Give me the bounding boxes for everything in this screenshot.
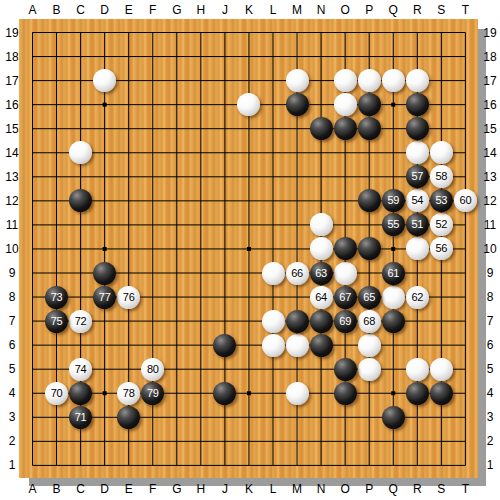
row-label-right: 6 <box>487 338 494 352</box>
row-label-right: 2 <box>487 434 494 448</box>
column-label-bottom: M <box>292 482 302 496</box>
row-label-left: 14 <box>5 146 18 160</box>
column-label-top: M <box>292 3 302 17</box>
row-label-left: 12 <box>5 194 18 208</box>
row-label-right: 12 <box>483 194 496 208</box>
go-stone-black-R16[interactable] <box>406 93 429 116</box>
go-stone-white-M9[interactable]: 66 <box>286 262 309 285</box>
row-label-right: 11 <box>484 218 496 232</box>
go-stone-black-Q3[interactable] <box>382 406 405 429</box>
go-stone-white-O17[interactable] <box>334 69 357 92</box>
go-stone-white-Q8[interactable] <box>382 286 405 309</box>
go-stone-white-C7[interactable]: 72 <box>69 310 92 333</box>
go-stone-black-R4[interactable] <box>406 382 429 405</box>
go-stone-white-S13[interactable]: 58 <box>430 165 453 188</box>
row-label-right: 10 <box>483 242 496 256</box>
go-stone-black-Q11[interactable]: 55 <box>382 213 405 236</box>
row-label-right: 8 <box>487 290 494 304</box>
column-label-bottom: H <box>197 482 206 496</box>
go-stone-black-N15[interactable] <box>310 117 333 140</box>
go-stone-black-E3[interactable] <box>117 406 140 429</box>
row-label-right: 15 <box>483 122 496 136</box>
column-label-top: B <box>53 3 61 17</box>
row-label-left: 7 <box>9 314 16 328</box>
go-stone-white-C5[interactable]: 74 <box>69 358 92 381</box>
go-stone-white-O16[interactable] <box>334 93 357 116</box>
row-label-right: 3 <box>487 410 494 424</box>
go-stone-black-F4[interactable]: 79 <box>141 382 164 405</box>
column-label-top: O <box>340 3 349 17</box>
row-label-right: 18 <box>483 50 496 64</box>
column-label-bottom: A <box>28 482 36 496</box>
column-label-bottom: E <box>125 482 133 496</box>
go-stone-white-L7[interactable] <box>262 310 285 333</box>
row-label-right: 14 <box>483 146 496 160</box>
column-label-top: R <box>413 3 422 17</box>
go-stone-white-N10[interactable] <box>310 237 333 260</box>
row-label-left: 16 <box>5 98 18 112</box>
row-label-right: 1 <box>487 458 494 472</box>
row-label-left: 9 <box>9 266 16 280</box>
go-stone-white-E4[interactable]: 78 <box>117 382 140 405</box>
go-stone-black-C4[interactable] <box>69 382 92 405</box>
column-label-top: S <box>437 3 445 17</box>
go-stone-white-R12[interactable]: 54 <box>406 189 429 212</box>
go-stone-white-P5[interactable] <box>358 358 381 381</box>
row-label-right: 4 <box>487 386 494 400</box>
go-stone-black-P8[interactable]: 65 <box>358 286 381 309</box>
go-stone-black-M7[interactable] <box>286 310 309 333</box>
go-stone-white-P6[interactable] <box>358 334 381 357</box>
row-label-left: 13 <box>5 170 18 184</box>
row-label-left: 18 <box>5 50 18 64</box>
go-stone-white-L9[interactable] <box>262 262 285 285</box>
go-stone-black-Q9[interactable]: 61 <box>382 262 405 285</box>
row-label-right: 13 <box>483 170 496 184</box>
row-label-left: 10 <box>5 242 18 256</box>
go-stone-black-J6[interactable] <box>213 334 236 357</box>
column-label-top: E <box>125 3 133 17</box>
column-label-bottom: N <box>317 482 326 496</box>
column-label-bottom: Q <box>389 482 398 496</box>
go-stone-white-F5[interactable]: 80 <box>141 358 164 381</box>
column-label-bottom: O <box>340 482 349 496</box>
column-label-bottom: P <box>365 482 373 496</box>
row-label-left: 4 <box>9 386 16 400</box>
go-stone-white-S5[interactable] <box>430 358 453 381</box>
go-stone-black-B7[interactable]: 75 <box>45 310 68 333</box>
go-stone-white-L6[interactable] <box>262 334 285 357</box>
go-stone-white-B4[interactable]: 70 <box>45 382 68 405</box>
column-label-top: A <box>28 3 36 17</box>
column-label-top: K <box>245 3 253 17</box>
go-stone-black-P16[interactable] <box>358 93 381 116</box>
go-stone-black-R13[interactable]: 57 <box>406 165 429 188</box>
row-label-right: 17 <box>483 74 496 88</box>
go-stone-black-N6[interactable] <box>310 334 333 357</box>
row-label-left: 1 <box>9 458 16 472</box>
go-stone-white-M17[interactable] <box>286 69 309 92</box>
row-label-left: 5 <box>9 362 16 376</box>
column-label-top: G <box>172 3 181 17</box>
go-stone-white-P7[interactable]: 68 <box>358 310 381 333</box>
go-stone-white-R8[interactable]: 62 <box>406 286 429 309</box>
column-label-top: T <box>462 3 469 17</box>
go-stone-black-O15[interactable] <box>334 117 357 140</box>
column-label-top: D <box>100 3 109 17</box>
go-stone-white-M6[interactable] <box>286 334 309 357</box>
go-stone-black-Q12[interactable]: 59 <box>382 189 405 212</box>
go-stone-black-J4[interactable] <box>213 382 236 405</box>
go-stone-black-O5[interactable] <box>334 358 357 381</box>
row-label-right: 16 <box>483 98 496 112</box>
go-stone-black-R15[interactable] <box>406 117 429 140</box>
go-stone-black-M16[interactable] <box>286 93 309 116</box>
go-stone-white-R14[interactable] <box>406 141 429 164</box>
go-stone-white-P17[interactable] <box>358 69 381 92</box>
column-label-top: F <box>149 3 156 17</box>
column-label-top: N <box>317 3 326 17</box>
column-label-bottom: D <box>100 482 109 496</box>
column-label-top: J <box>222 3 228 17</box>
go-stone-white-M4[interactable] <box>286 382 309 405</box>
row-label-left: 2 <box>9 434 16 448</box>
column-label-bottom: L <box>270 482 277 496</box>
row-label-right: 7 <box>487 314 494 328</box>
row-label-left: 15 <box>5 122 18 136</box>
column-label-bottom: G <box>172 482 181 496</box>
row-label-left: 19 <box>5 26 18 40</box>
go-stone-black-D8[interactable]: 77 <box>93 286 116 309</box>
go-stone-black-P10[interactable] <box>358 237 381 260</box>
go-stone-black-P15[interactable] <box>358 117 381 140</box>
go-board-diagram: AABBCCDDEEFFGGHHJJKKLLMMNNOOPPQQRRSSTT19… <box>0 0 500 500</box>
column-label-top: L <box>270 3 277 17</box>
row-label-right: 9 <box>487 266 494 280</box>
go-stone-white-S14[interactable] <box>430 141 453 164</box>
go-stone-black-O10[interactable] <box>334 237 357 260</box>
go-stone-black-D9[interactable] <box>93 262 116 285</box>
row-label-left: 11 <box>6 218 18 232</box>
row-label-left: 3 <box>9 410 16 424</box>
row-label-left: 8 <box>9 290 16 304</box>
column-label-bottom: C <box>76 482 85 496</box>
go-stone-black-C3[interactable]: 71 <box>69 406 92 429</box>
column-label-bottom: T <box>462 482 469 496</box>
column-label-bottom: K <box>245 482 253 496</box>
go-stone-black-O8[interactable]: 67 <box>334 286 357 309</box>
row-label-right: 19 <box>483 26 496 40</box>
go-stone-black-S4[interactable] <box>430 382 453 405</box>
go-stone-white-E8[interactable]: 76 <box>117 286 140 309</box>
column-label-top: P <box>365 3 373 17</box>
column-label-bottom: R <box>413 482 422 496</box>
go-stone-black-B8[interactable]: 73 <box>45 286 68 309</box>
row-label-left: 17 <box>5 74 18 88</box>
go-stone-black-O4[interactable] <box>334 382 357 405</box>
go-stone-black-N7[interactable] <box>310 310 333 333</box>
go-stone-black-N9[interactable]: 63 <box>310 262 333 285</box>
column-label-bottom: J <box>222 482 228 496</box>
go-stone-black-Q7[interactable] <box>382 310 405 333</box>
column-label-top: Q <box>389 3 398 17</box>
column-label-top: C <box>76 3 85 17</box>
column-label-bottom: F <box>149 482 156 496</box>
go-stone-white-Q17[interactable] <box>382 69 405 92</box>
row-label-right: 5 <box>487 362 494 376</box>
go-stone-white-N11[interactable] <box>310 213 333 236</box>
go-stone-white-N8[interactable]: 64 <box>310 286 333 309</box>
go-stone-black-O7[interactable]: 69 <box>334 310 357 333</box>
go-stone-white-R5[interactable] <box>406 358 429 381</box>
column-label-bottom: B <box>53 482 61 496</box>
column-label-bottom: S <box>437 482 445 496</box>
row-label-left: 6 <box>9 338 16 352</box>
go-stone-black-P12[interactable] <box>358 189 381 212</box>
column-label-top: H <box>197 3 206 17</box>
go-stone-white-R17[interactable] <box>406 69 429 92</box>
go-stone-white-O9[interactable] <box>334 262 357 285</box>
